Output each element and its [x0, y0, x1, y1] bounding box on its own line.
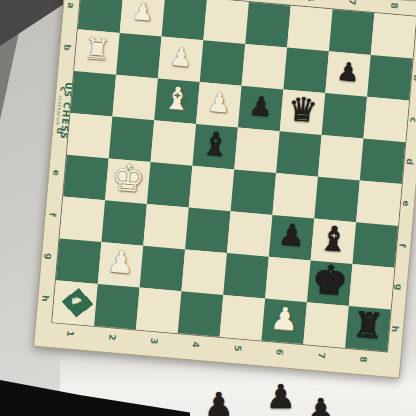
square-a4[interactable]: [203, 0, 249, 44]
square-e7[interactable]: [314, 177, 360, 223]
board-grid: ♟♜♟♟♝♟♟♛♝♚♟♝♟♚♞♟♜: [51, 0, 416, 353]
coordinate-label-7: 7: [316, 350, 327, 361]
coordinate-label-d: d: [55, 126, 66, 137]
square-h2[interactable]: [94, 284, 140, 330]
square-e1[interactable]: [63, 155, 109, 201]
black-bishop[interactable]: ♝: [200, 127, 231, 161]
coordinate-label-6: 6: [305, 0, 316, 4]
square-d1[interactable]: [67, 113, 113, 159]
coordinate-label-g: g: [393, 282, 404, 293]
square-e6[interactable]: [272, 173, 318, 219]
coordinate-label-a: a: [66, 0, 77, 11]
black-king[interactable]: ♚: [310, 259, 349, 302]
square-h8[interactable]: ♜: [345, 306, 391, 352]
coordinate-label-5: 5: [232, 343, 243, 354]
square-c1[interactable]: [71, 71, 117, 117]
square-f3[interactable]: [143, 204, 189, 250]
square-g8[interactable]: [349, 264, 395, 310]
coordinate-label-8: 8: [358, 354, 369, 365]
square-e4[interactable]: [189, 166, 235, 212]
square-g1[interactable]: [56, 238, 102, 284]
coordinate-label-7: 7: [347, 0, 358, 7]
square-d6[interactable]: [276, 131, 322, 177]
square-a6[interactable]: [287, 6, 333, 52]
square-g3[interactable]: [140, 246, 186, 292]
coordinate-label-e: e: [51, 168, 62, 179]
square-d4[interactable]: ♝: [192, 124, 238, 170]
black-pawn[interactable]: ♟: [248, 92, 273, 120]
square-c6[interactable]: ♛: [280, 89, 326, 135]
square-f2[interactable]: [101, 200, 147, 246]
square-h3[interactable]: [136, 288, 182, 334]
square-d7[interactable]: [318, 135, 364, 181]
coordinate-label-e: e: [401, 198, 412, 209]
square-a5[interactable]: [245, 2, 291, 48]
square-f8[interactable]: [352, 222, 398, 268]
square-a8[interactable]: [371, 13, 416, 59]
square-d3[interactable]: [151, 120, 197, 166]
square-f5[interactable]: [227, 211, 273, 257]
coordinate-label-3: 3: [149, 336, 160, 347]
square-e2[interactable]: ♚: [105, 158, 151, 204]
white-pawn[interactable]: ♟: [131, 0, 155, 25]
square-h4[interactable]: [178, 291, 224, 337]
coordinate-label-2: 2: [107, 332, 118, 343]
square-h5[interactable]: [220, 295, 266, 341]
black-rook[interactable]: ♜: [351, 307, 385, 345]
square-b2[interactable]: [116, 33, 162, 79]
square-e8[interactable]: [356, 180, 402, 226]
white-pawn[interactable]: ♟: [169, 44, 194, 71]
coordinate-label-g: g: [44, 251, 55, 262]
coordinate-label-h: h: [40, 293, 51, 304]
coordinate-label-6: 6: [274, 347, 285, 358]
chess-board: US CHESS FEDERATION ♟♜♟♟♝♟♟♛♝♚♟♝♟♚♞♟♜ aa…: [33, 0, 416, 379]
square-d8[interactable]: [360, 139, 406, 185]
captured-black-pawn[interactable]: ♟: [266, 380, 296, 413]
square-d5[interactable]: [234, 128, 280, 174]
square-g5[interactable]: [223, 253, 269, 299]
white-pawn[interactable]: ♟: [106, 246, 135, 278]
white-pawn[interactable]: ♟: [206, 89, 231, 117]
square-c5[interactable]: ♟: [238, 86, 284, 132]
square-b5[interactable]: [242, 44, 288, 90]
captured-black-pawn[interactable]: ♟: [306, 394, 336, 416]
square-c8[interactable]: [363, 97, 409, 143]
square-a2[interactable]: ♟: [120, 0, 166, 37]
us-chess-knight-logo-icon: ♞: [58, 287, 92, 320]
coordinate-label-d: d: [404, 156, 415, 167]
square-c4[interactable]: ♟: [196, 82, 242, 128]
square-a7[interactable]: [329, 9, 375, 55]
white-bishop[interactable]: ♝: [162, 82, 192, 115]
square-b1[interactable]: ♜: [74, 29, 120, 75]
square-a3[interactable]: [162, 0, 208, 40]
square-f1[interactable]: [60, 197, 106, 243]
black-queen[interactable]: ♛: [287, 92, 319, 127]
square-f4[interactable]: [185, 208, 231, 254]
coordinate-label-b: b: [412, 73, 416, 84]
square-g6[interactable]: [265, 257, 311, 303]
black-pawn[interactable]: ♟: [278, 220, 306, 251]
coordinate-label-f: f: [47, 209, 58, 220]
square-b7[interactable]: ♟: [325, 51, 371, 97]
square-c2[interactable]: [112, 75, 158, 121]
square-a1[interactable]: [78, 0, 124, 33]
square-h7[interactable]: [303, 302, 349, 348]
square-b4[interactable]: [200, 40, 246, 86]
square-g7[interactable]: ♚: [307, 260, 353, 306]
square-g4[interactable]: [181, 249, 227, 295]
square-g2[interactable]: ♟: [98, 242, 144, 288]
coordinate-label-c: c: [58, 84, 69, 95]
square-b8[interactable]: [367, 55, 413, 101]
white-pawn[interactable]: ♟: [269, 302, 299, 335]
square-c7[interactable]: [322, 93, 368, 139]
square-e5[interactable]: [231, 169, 277, 215]
coordinate-label-1: 1: [65, 328, 76, 339]
square-b6[interactable]: [283, 48, 329, 94]
coordinate-label-c: c: [408, 114, 416, 125]
black-pawn[interactable]: ♟: [336, 59, 361, 86]
coordinate-label-h: h: [390, 324, 401, 335]
square-b3[interactable]: ♟: [158, 37, 204, 83]
square-c3[interactable]: ♝: [154, 78, 200, 124]
square-h1[interactable]: ♞: [52, 280, 98, 326]
captured-black-pawn[interactable]: ♟: [204, 388, 234, 416]
square-f6[interactable]: ♟: [269, 215, 315, 261]
coordinate-label-8: 8: [389, 0, 400, 11]
square-h6[interactable]: ♟: [261, 299, 307, 345]
photo-of-chess-board: US CHESS FEDERATION ♟♜♟♟♝♟♟♛♝♚♟♝♟♚♞♟♜ aa…: [0, 0, 416, 416]
black-bishop[interactable]: ♝: [317, 220, 350, 257]
white-king[interactable]: ♚: [110, 158, 146, 198]
white-rook[interactable]: ♜: [83, 34, 111, 65]
coordinate-label-4: 4: [190, 339, 201, 350]
coordinate-label-f: f: [397, 240, 408, 251]
coordinate-label-b: b: [62, 42, 73, 53]
square-e3[interactable]: [147, 162, 193, 208]
